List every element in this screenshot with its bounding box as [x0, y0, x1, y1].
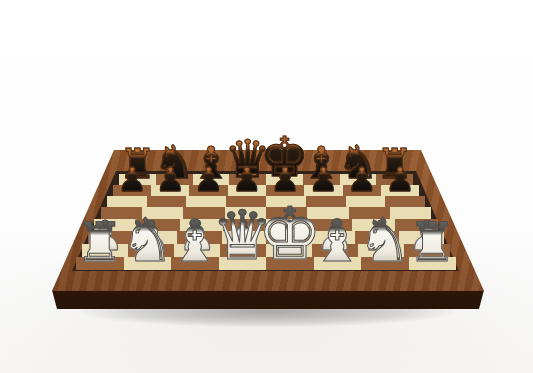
piece-black-pawn[interactable]: ♟	[270, 163, 300, 196]
piece-black-pawn[interactable]: ♟	[232, 163, 262, 196]
square-b7[interactable]: ♟	[151, 185, 189, 196]
piece-black-pawn[interactable]: ♟	[155, 163, 185, 196]
piece-white-rook[interactable]: ♜	[76, 216, 124, 270]
piece-black-pawn[interactable]: ♟	[347, 163, 377, 196]
square-h7[interactable]: ♟	[381, 185, 419, 196]
chess-board: ♜♞♝♛♚♝♞♜♟♟♟♟♟♟♟♟♟♟♟♟♟♟♟♟♜♞♝♛♚♝♞♜	[76, 174, 456, 270]
square-a1[interactable]: ♜	[76, 257, 124, 270]
square-g7[interactable]: ♟	[343, 185, 381, 196]
chess-set-photo: ♜♞♝♛♚♝♞♜♟♟♟♟♟♟♟♟♟♟♟♟♟♟♟♟♜♞♝♛♚♝♞♜	[0, 0, 533, 373]
square-g1[interactable]: ♞	[361, 257, 409, 270]
piece-white-bishop[interactable]: ♝	[311, 212, 363, 270]
piece-black-pawn[interactable]: ♟	[385, 163, 415, 196]
square-b1[interactable]: ♞	[124, 257, 172, 270]
piece-white-rook[interactable]: ♜	[408, 216, 456, 270]
piece-white-knight[interactable]: ♞	[358, 210, 412, 270]
rank-1: ♜♞♝♛♚♝♞♜	[76, 257, 456, 270]
piece-black-pawn[interactable]: ♟	[117, 163, 147, 196]
square-f1[interactable]: ♝	[314, 257, 362, 270]
piece-black-pawn[interactable]: ♟	[309, 163, 339, 196]
square-c7[interactable]: ♟	[189, 185, 227, 196]
square-h1[interactable]: ♜	[409, 257, 457, 270]
piece-white-knight[interactable]: ♞	[120, 210, 174, 270]
piece-black-pawn[interactable]: ♟	[194, 163, 224, 196]
square-a7[interactable]: ♟	[113, 185, 151, 196]
square-e1[interactable]: ♚	[266, 257, 314, 270]
